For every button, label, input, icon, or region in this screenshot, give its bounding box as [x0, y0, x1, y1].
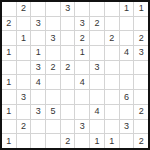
empty-cell-r8c5[interactable]: [61, 105, 75, 119]
empty-cell-r1c4[interactable]: [46, 2, 60, 16]
clue-cell-r1c2: 2: [17, 2, 31, 16]
clue-cell-r1c9: 1: [120, 2, 134, 16]
clue-cell-r5c5: 2: [61, 61, 75, 75]
empty-cell-r7c4[interactable]: [46, 90, 60, 104]
empty-cell-r5c8[interactable]: [105, 61, 119, 75]
empty-cell-r8c6[interactable]: [75, 105, 89, 119]
clue-cell-r2c3: 3: [31, 17, 45, 31]
empty-cell-r2c8[interactable]: [105, 17, 119, 31]
clue-cell-r7c2: 3: [17, 90, 31, 104]
empty-cell-r3c9[interactable]: [120, 31, 134, 45]
empty-cell-r3c7[interactable]: [90, 31, 104, 45]
clue-cell-r3c2: 1: [17, 31, 31, 45]
empty-cell-r1c1[interactable]: [2, 2, 16, 16]
empty-cell-r8c2[interactable]: [17, 105, 31, 119]
empty-cell-r10c2[interactable]: [17, 134, 31, 148]
empty-cell-r6c9[interactable]: [120, 75, 134, 89]
empty-cell-r2c2[interactable]: [17, 17, 31, 31]
clue-cell-r9c6: 3: [75, 120, 89, 134]
empty-cell-r5c10[interactable]: [134, 61, 148, 75]
empty-cell-r6c2[interactable]: [17, 75, 31, 89]
empty-cell-r7c5[interactable]: [61, 90, 75, 104]
empty-cell-r7c7[interactable]: [90, 90, 104, 104]
clue-cell-r6c3: 4: [31, 75, 45, 89]
clue-cell-r10c10: 2: [134, 134, 148, 148]
empty-cell-r10c6[interactable]: [75, 134, 89, 148]
empty-cell-r6c7[interactable]: [90, 75, 104, 89]
empty-cell-r5c6[interactable]: [75, 61, 89, 75]
empty-cell-r9c4[interactable]: [46, 120, 60, 134]
empty-cell-r9c3[interactable]: [31, 120, 45, 134]
empty-cell-r6c8[interactable]: [105, 75, 119, 89]
clue-cell-r10c8: 1: [105, 134, 119, 148]
empty-cell-r3c5[interactable]: [61, 31, 75, 45]
empty-cell-r8c8[interactable]: [105, 105, 119, 119]
clue-cell-r4c10: 3: [134, 46, 148, 60]
empty-cell-r2c5[interactable]: [61, 17, 75, 31]
empty-cell-r7c6[interactable]: [75, 90, 89, 104]
empty-cell-r9c1[interactable]: [2, 120, 16, 134]
clue-cell-r4c6: 1: [75, 46, 89, 60]
clue-cell-r1c5: 3: [61, 2, 75, 16]
clue-cell-r8c7: 4: [90, 105, 104, 119]
empty-cell-r3c1[interactable]: [2, 31, 16, 45]
clue-cell-r5c7: 3: [90, 61, 104, 75]
clue-cell-r7c9: 6: [120, 90, 134, 104]
empty-cell-r4c4[interactable]: [46, 46, 60, 60]
clue-cell-r3c4: 3: [46, 31, 60, 45]
clue-cell-r3c8: 2: [105, 31, 119, 45]
clue-cell-r2c7: 2: [90, 17, 104, 31]
clue-cell-r3c6: 2: [75, 31, 89, 45]
empty-cell-r4c2[interactable]: [17, 46, 31, 60]
empty-cell-r6c4[interactable]: [46, 75, 60, 89]
puzzle-board: 2311233213222111433223144361354223312112: [0, 0, 150, 150]
clue-cell-r1c10: 1: [134, 2, 148, 16]
empty-cell-r6c10[interactable]: [134, 75, 148, 89]
empty-cell-r9c10[interactable]: [134, 120, 148, 134]
clue-cell-r9c9: 3: [120, 120, 134, 134]
clue-cell-r6c1: 1: [2, 75, 16, 89]
clue-cell-r3c10: 2: [134, 31, 148, 45]
empty-cell-r9c7[interactable]: [90, 120, 104, 134]
empty-cell-r4c5[interactable]: [61, 46, 75, 60]
empty-cell-r4c8[interactable]: [105, 46, 119, 60]
empty-cell-r6c5[interactable]: [61, 75, 75, 89]
clue-cell-r4c3: 1: [31, 46, 45, 60]
clue-cell-r2c6: 3: [75, 17, 89, 31]
clue-cell-r10c7: 1: [90, 134, 104, 148]
clue-cell-r9c2: 2: [17, 120, 31, 134]
empty-cell-r8c9[interactable]: [120, 105, 134, 119]
clue-cell-r8c10: 2: [134, 105, 148, 119]
empty-cell-r7c1[interactable]: [2, 90, 16, 104]
empty-cell-r10c3[interactable]: [31, 134, 45, 148]
empty-cell-r5c2[interactable]: [17, 61, 31, 75]
empty-cell-r5c9[interactable]: [120, 61, 134, 75]
empty-cell-r10c9[interactable]: [120, 134, 134, 148]
empty-cell-r2c9[interactable]: [120, 17, 134, 31]
clue-cell-r6c6: 4: [75, 75, 89, 89]
clue-cell-r4c1: 1: [2, 46, 16, 60]
clue-cell-r2c1: 2: [2, 17, 16, 31]
empty-cell-r3c3[interactable]: [31, 31, 45, 45]
empty-cell-r10c4[interactable]: [46, 134, 60, 148]
empty-cell-r7c10[interactable]: [134, 90, 148, 104]
empty-cell-r1c6[interactable]: [75, 2, 89, 16]
clue-cell-r10c1: 1: [2, 134, 16, 148]
clue-cell-r10c5: 2: [61, 134, 75, 148]
empty-cell-r2c10[interactable]: [134, 17, 148, 31]
empty-cell-r7c8[interactable]: [105, 90, 119, 104]
empty-cell-r4c7[interactable]: [90, 46, 104, 60]
empty-cell-r1c7[interactable]: [90, 2, 104, 16]
clue-cell-r5c4: 2: [46, 61, 60, 75]
empty-cell-r2c4[interactable]: [46, 17, 60, 31]
clue-cell-r8c3: 3: [31, 105, 45, 119]
clue-cell-r5c3: 3: [31, 61, 45, 75]
clue-cell-r8c1: 1: [2, 105, 16, 119]
empty-cell-r9c5[interactable]: [61, 120, 75, 134]
clue-cell-r8c4: 5: [46, 105, 60, 119]
empty-cell-r1c3[interactable]: [31, 2, 45, 16]
empty-cell-r1c8[interactable]: [105, 2, 119, 16]
clue-cell-r4c9: 4: [120, 46, 134, 60]
empty-cell-r7c3[interactable]: [31, 90, 45, 104]
empty-cell-r5c1[interactable]: [2, 61, 16, 75]
empty-cell-r9c8[interactable]: [105, 120, 119, 134]
